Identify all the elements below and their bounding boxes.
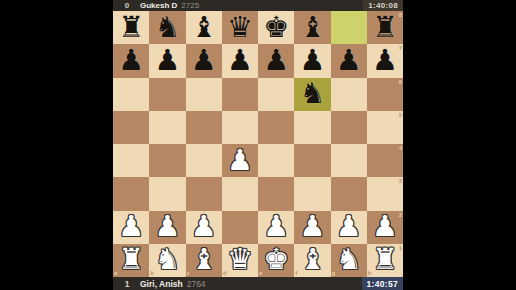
piece-white-knight[interactable]: ♞: [331, 244, 367, 277]
square-f4[interactable]: [294, 144, 330, 177]
square-g1[interactable]: g♞: [331, 244, 367, 277]
square-e1[interactable]: e♚: [258, 244, 294, 277]
square-f3[interactable]: [294, 177, 330, 210]
rank-label-5: 5: [399, 112, 402, 118]
black-player-rating: 2725: [181, 1, 199, 10]
square-b2[interactable]: ♟: [149, 211, 185, 244]
piece-black-bishop[interactable]: ♝: [186, 11, 222, 44]
square-c2[interactable]: ♟: [186, 211, 222, 244]
piece-white-pawn[interactable]: ♟: [294, 211, 330, 244]
square-c1[interactable]: c♝: [186, 244, 222, 277]
black-match-score: 0: [122, 1, 132, 10]
rank-label-6: 6: [399, 79, 402, 85]
video-frame: 0 Gukesh D 2725 1:40:08 ♜♞♝♛♚♝8♜♟♟♟♟♟♟♟7…: [0, 0, 516, 290]
square-g2[interactable]: ♟: [331, 211, 367, 244]
piece-white-rook[interactable]: ♜: [367, 244, 403, 277]
broadcast-panel: 0 Gukesh D 2725 1:40:08 ♜♞♝♛♚♝8♜♟♟♟♟♟♟♟7…: [113, 0, 403, 290]
square-g8[interactable]: [331, 11, 367, 44]
piece-black-king[interactable]: ♚: [258, 11, 294, 44]
square-g5[interactable]: [331, 111, 367, 144]
piece-white-bishop[interactable]: ♝: [294, 244, 330, 277]
square-h7[interactable]: 7♟: [367, 44, 403, 77]
piece-black-queen[interactable]: ♛: [222, 11, 258, 44]
piece-black-bishop[interactable]: ♝: [294, 11, 330, 44]
square-h4[interactable]: 4: [367, 144, 403, 177]
piece-white-pawn[interactable]: ♟: [258, 211, 294, 244]
square-e3[interactable]: [258, 177, 294, 210]
square-c6[interactable]: [186, 78, 222, 111]
piece-black-pawn[interactable]: ♟: [113, 44, 149, 77]
square-a7[interactable]: ♟: [113, 44, 149, 77]
square-a4[interactable]: [113, 144, 149, 177]
piece-black-rook[interactable]: ♜: [367, 11, 403, 44]
piece-black-pawn[interactable]: ♟: [258, 44, 294, 77]
square-f1[interactable]: f♝: [294, 244, 330, 277]
piece-white-king[interactable]: ♚: [258, 244, 294, 277]
square-h5[interactable]: 5: [367, 111, 403, 144]
square-a8[interactable]: ♜: [113, 11, 149, 44]
square-a5[interactable]: [113, 111, 149, 144]
square-b3[interactable]: [149, 177, 185, 210]
square-c8[interactable]: ♝: [186, 11, 222, 44]
square-d7[interactable]: ♟: [222, 44, 258, 77]
square-b4[interactable]: [149, 144, 185, 177]
square-h3[interactable]: 3: [367, 177, 403, 210]
piece-black-rook[interactable]: ♜: [113, 11, 149, 44]
bottom-player-bar: 1 Giri, Anish 2764 1:40:57: [113, 277, 403, 290]
white-clock: 1:40:57: [362, 277, 403, 290]
square-b8[interactable]: ♞: [149, 11, 185, 44]
square-g4[interactable]: [331, 144, 367, 177]
square-a2[interactable]: ♟: [113, 211, 149, 244]
square-d3[interactable]: [222, 177, 258, 210]
piece-white-pawn[interactable]: ♟: [186, 211, 222, 244]
piece-white-pawn[interactable]: ♟: [149, 211, 185, 244]
square-f8[interactable]: ♝: [294, 11, 330, 44]
black-player-name: Gukesh D: [140, 1, 177, 10]
square-h6[interactable]: 6: [367, 78, 403, 111]
square-a6[interactable]: [113, 78, 149, 111]
piece-black-knight[interactable]: ♞: [149, 11, 185, 44]
square-f2[interactable]: ♟: [294, 211, 330, 244]
square-e5[interactable]: [258, 111, 294, 144]
square-f7[interactable]: ♟: [294, 44, 330, 77]
square-c5[interactable]: [186, 111, 222, 144]
square-e4[interactable]: [258, 144, 294, 177]
piece-black-pawn[interactable]: ♟: [186, 44, 222, 77]
piece-black-knight[interactable]: ♞: [294, 78, 330, 111]
square-a1[interactable]: a♜: [113, 244, 149, 277]
chess-board: ♜♞♝♛♚♝8♜♟♟♟♟♟♟♟7♟♞65♟43♟♟♟♟♟♟2♟a♜b♞c♝d♛e…: [113, 11, 403, 277]
square-d5[interactable]: [222, 111, 258, 144]
piece-white-rook[interactable]: ♜: [113, 244, 149, 277]
square-c3[interactable]: [186, 177, 222, 210]
square-b5[interactable]: [149, 111, 185, 144]
rank-label-3: 3: [399, 178, 402, 184]
piece-black-pawn[interactable]: ♟: [331, 44, 367, 77]
white-match-score: 1: [122, 279, 132, 289]
square-a3[interactable]: [113, 177, 149, 210]
square-c7[interactable]: ♟: [186, 44, 222, 77]
square-d1[interactable]: d♛: [222, 244, 258, 277]
square-f6[interactable]: ♞: [294, 78, 330, 111]
square-b7[interactable]: ♟: [149, 44, 185, 77]
square-d8[interactable]: ♛: [222, 11, 258, 44]
white-player-name: Giri, Anish: [140, 279, 183, 289]
square-d6[interactable]: [222, 78, 258, 111]
piece-white-pawn[interactable]: ♟: [367, 211, 403, 244]
square-h1[interactable]: h1♜: [367, 244, 403, 277]
square-h2[interactable]: 2♟: [367, 211, 403, 244]
piece-white-queen[interactable]: ♛: [222, 244, 258, 277]
square-g6[interactable]: [331, 78, 367, 111]
rank-label-4: 4: [399, 145, 402, 151]
square-e2[interactable]: ♟: [258, 211, 294, 244]
square-e8[interactable]: ♚: [258, 11, 294, 44]
square-f5[interactable]: [294, 111, 330, 144]
square-h8[interactable]: 8♜: [367, 11, 403, 44]
piece-black-pawn[interactable]: ♟: [222, 44, 258, 77]
square-e7[interactable]: ♟: [258, 44, 294, 77]
piece-white-pawn[interactable]: ♟: [113, 211, 149, 244]
piece-black-pawn[interactable]: ♟: [294, 44, 330, 77]
piece-white-pawn[interactable]: ♟: [331, 211, 367, 244]
square-b6[interactable]: [149, 78, 185, 111]
piece-white-pawn[interactable]: ♟: [222, 144, 258, 177]
piece-white-bishop[interactable]: ♝: [186, 244, 222, 277]
square-e6[interactable]: [258, 78, 294, 111]
square-g7[interactable]: ♟: [331, 44, 367, 77]
piece-black-pawn[interactable]: ♟: [149, 44, 185, 77]
square-b1[interactable]: b♞: [149, 244, 185, 277]
white-player-rating: 2764: [187, 279, 206, 289]
square-g3[interactable]: [331, 177, 367, 210]
piece-white-knight[interactable]: ♞: [149, 244, 185, 277]
square-d4[interactable]: ♟: [222, 144, 258, 177]
square-c4[interactable]: [186, 144, 222, 177]
square-d2[interactable]: [222, 211, 258, 244]
piece-black-pawn[interactable]: ♟: [367, 44, 403, 77]
